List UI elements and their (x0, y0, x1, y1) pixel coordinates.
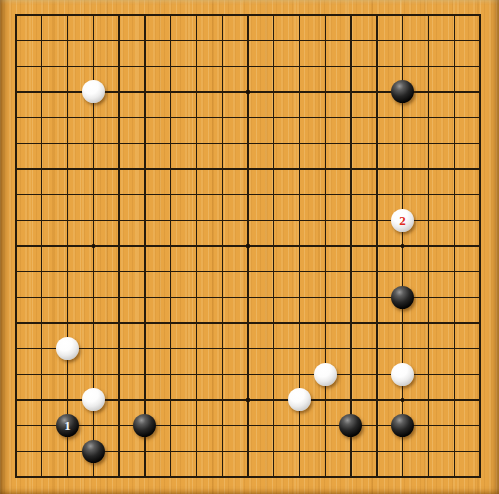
white-stone-Q5 (391, 363, 414, 386)
white-stone-C6 (56, 337, 79, 360)
black-stone-C3: 1 (56, 414, 79, 437)
white-stone-Q11: 2 (391, 209, 414, 232)
black-stone-F3 (133, 414, 156, 437)
black-stone-O3 (339, 414, 362, 437)
black-stone-Q8 (391, 286, 414, 309)
black-stone-Q16 (391, 80, 414, 103)
go-board[interactable]: 21 (0, 0, 499, 494)
black-stone-D2 (82, 440, 105, 463)
go-board-diagram: 21 (0, 0, 499, 494)
white-stone-M4 (288, 388, 311, 411)
white-stone-N5 (314, 363, 337, 386)
white-stone-D4 (82, 388, 105, 411)
white-stone-D16 (82, 80, 105, 103)
move-number-label: 1 (64, 418, 71, 431)
move-number-label: 2 (399, 213, 406, 226)
stones-layer: 21 (3, 2, 493, 489)
black-stone-Q3 (391, 414, 414, 437)
